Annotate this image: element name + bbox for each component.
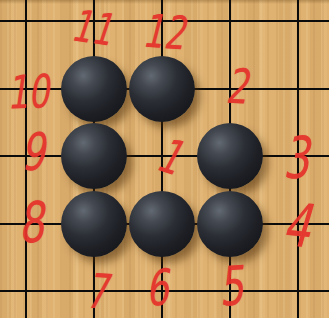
liberty-number-6: 6	[145, 263, 170, 314]
black-stone-0	[61, 56, 127, 122]
black-stone-3	[197, 123, 263, 189]
black-stone-4	[61, 191, 127, 257]
liberty-number-4: 4	[280, 194, 314, 257]
liberty-number-3: 3	[283, 129, 310, 187]
go-board[interactable]: 123456789101112	[0, 0, 329, 318]
liberty-number-9: 9	[21, 126, 45, 178]
liberty-number-12: 12	[141, 8, 186, 57]
black-stone-1	[129, 56, 195, 122]
liberty-number-10: 10	[6, 68, 50, 115]
liberty-number-5: 5	[217, 259, 245, 315]
liberty-number-2: 2	[225, 61, 249, 110]
black-stone-2	[61, 123, 127, 189]
black-stone-5	[129, 191, 195, 257]
liberty-number-8: 8	[17, 194, 46, 251]
liberty-number-7: 7	[84, 266, 109, 315]
liberty-number-11: 11	[69, 3, 115, 52]
black-stone-6	[197, 191, 263, 257]
